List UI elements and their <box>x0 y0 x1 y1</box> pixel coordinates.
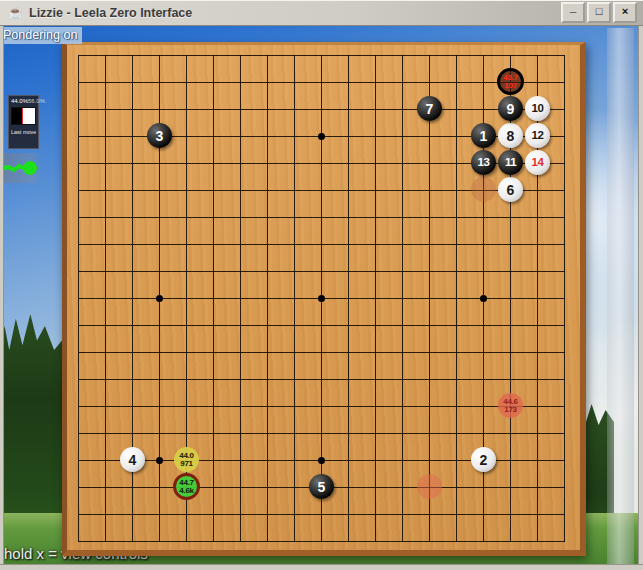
window-frame-right <box>638 26 643 570</box>
stone-white-R14: 6 <box>498 177 523 202</box>
candidate-move-O3[interactable] <box>417 474 442 499</box>
maximize-icon: □ <box>596 7 603 18</box>
candidate-move-E4[interactable]: 44.0971 <box>174 447 199 472</box>
last-move-delta: Last move: 0.2% <box>11 128 36 136</box>
stone-black-Q16: 1 <box>471 123 496 148</box>
stone-white-Q4: 2 <box>471 447 496 472</box>
candidate-move-R18[interactable]: 43.7107 <box>497 68 524 95</box>
minimize-button[interactable]: _ <box>561 2 585 23</box>
go-board[interactable]: 43.710744.097144.74.6k44.617312345678910… <box>62 42 586 556</box>
stone-white-S15: 14 <box>525 150 550 175</box>
stones-layer: 43.710744.097144.74.6k44.617312345678910… <box>65 41 578 554</box>
candidate-move-Q14[interactable] <box>471 177 496 202</box>
pondering-status: Pondering on <box>0 27 82 44</box>
candidate-move-R6[interactable]: 44.6173 <box>498 393 523 418</box>
minimize-icon: _ <box>570 4 577 15</box>
candidate-move-E3[interactable]: 44.74.6k <box>173 473 200 500</box>
window-frame-left <box>0 26 4 570</box>
window-frame-bottom <box>0 564 643 570</box>
stone-black-R15: 11 <box>498 150 523 175</box>
white-winrate: 56.0% <box>28 98 45 105</box>
winrate-graph <box>0 153 42 183</box>
stone-white-R16: 8 <box>498 123 523 148</box>
stone-black-Q15: 13 <box>471 150 496 175</box>
stone-white-C4: 4 <box>120 447 145 472</box>
stone-black-D16: 3 <box>147 123 172 148</box>
java-cup-icon: ☕ <box>7 4 24 21</box>
winrate-bar <box>11 107 36 125</box>
stone-black-O17: 7 <box>417 96 442 121</box>
close-button[interactable]: × <box>613 2 637 23</box>
window-title: Lizzie - Leela Zero Interface <box>29 6 561 20</box>
stone-white-S16: 12 <box>525 123 550 148</box>
winrate-panel: 44.0% 56.0% Last move: 0.2% <box>8 95 39 149</box>
winrate-graph-strip <box>607 28 634 565</box>
stone-black-R17: 9 <box>498 96 523 121</box>
close-icon: × <box>622 7 629 18</box>
stone-black-K3: 5 <box>309 474 334 499</box>
title-bar: ☕ Lizzie - Leela Zero Interface _ □ × <box>0 0 643 26</box>
black-winrate: 44.0% <box>11 98 28 105</box>
lizzie-window: ☕ Lizzie - Leela Zero Interface _ □ × Po… <box>0 0 643 570</box>
maximize-button[interactable]: □ <box>587 2 611 23</box>
stone-white-S17: 10 <box>525 96 550 121</box>
